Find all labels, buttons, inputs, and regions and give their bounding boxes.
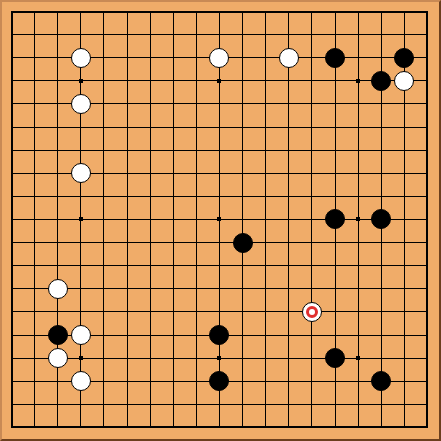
grid-vline xyxy=(265,12,266,428)
star-point xyxy=(79,356,83,360)
white-stone[interactable] xyxy=(48,279,68,299)
star-point xyxy=(217,356,221,360)
circle-marker-icon xyxy=(306,306,318,318)
white-stone[interactable] xyxy=(71,48,91,68)
marked-white-stone[interactable] xyxy=(302,302,322,322)
grid-hline xyxy=(12,242,428,243)
grid-hline xyxy=(12,404,428,405)
star-point xyxy=(356,79,360,83)
grid-hline xyxy=(12,265,428,266)
star-point xyxy=(356,217,360,221)
go-board[interactable] xyxy=(0,0,441,441)
white-stone[interactable] xyxy=(71,371,91,391)
white-stone[interactable] xyxy=(71,94,91,114)
black-stone[interactable] xyxy=(371,71,391,91)
star-point xyxy=(217,217,221,221)
grid-hline xyxy=(12,311,428,312)
white-stone[interactable] xyxy=(48,348,68,368)
grid-vline xyxy=(242,12,243,428)
white-stone[interactable] xyxy=(71,163,91,183)
star-point xyxy=(217,79,221,83)
star-point xyxy=(79,79,83,83)
black-stone[interactable] xyxy=(233,233,253,253)
grid-vline xyxy=(311,12,312,428)
black-stone[interactable] xyxy=(48,325,68,345)
star-point xyxy=(79,217,83,221)
star-point xyxy=(356,356,360,360)
black-stone[interactable] xyxy=(325,48,345,68)
black-stone[interactable] xyxy=(394,48,414,68)
white-stone[interactable] xyxy=(279,48,299,68)
grid-vline xyxy=(288,12,289,428)
white-stone[interactable] xyxy=(71,325,91,345)
grid-hline xyxy=(12,288,428,289)
